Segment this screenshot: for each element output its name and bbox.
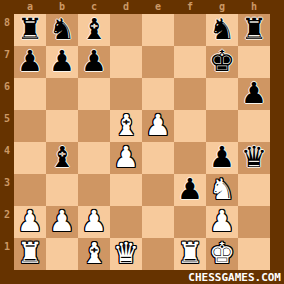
square-g4[interactable]: ♟: [206, 142, 238, 174]
square-b8[interactable]: ♞: [46, 14, 78, 46]
square-h6[interactable]: ♟: [238, 78, 270, 110]
square-g7[interactable]: ♚: [206, 46, 238, 78]
square-e7[interactable]: [142, 46, 174, 78]
square-d7[interactable]: [110, 46, 142, 78]
rank-label-7: 7: [0, 46, 14, 78]
square-c3[interactable]: [78, 174, 110, 206]
board-border-right: [270, 14, 284, 46]
board-border-right: [270, 206, 284, 238]
square-c5[interactable]: [78, 110, 110, 142]
square-b3[interactable]: [46, 174, 78, 206]
square-c8[interactable]: ♝: [78, 14, 110, 46]
square-a3[interactable]: [14, 174, 46, 206]
chessgames-watermark: CHESSGAMES.COM: [188, 271, 281, 284]
black-king: ♚: [209, 46, 235, 77]
white-queen: ♛: [113, 238, 139, 269]
chess-board: abcdefgh8♜♞♝♞♜7♟♟♟♚6♟5♝♟4♝♟♟♛3♟♞2♟♟♟♟1♜♝…: [0, 0, 284, 284]
square-e5[interactable]: ♟: [142, 110, 174, 142]
square-e3[interactable]: [142, 174, 174, 206]
white-bishop: ♝: [81, 238, 107, 269]
board-border-right: [270, 78, 284, 110]
black-pawn: ♟: [177, 174, 203, 205]
square-a1[interactable]: ♜: [14, 238, 46, 270]
square-g2[interactable]: ♟: [206, 206, 238, 238]
square-h7[interactable]: [238, 46, 270, 78]
rank-label-8: 8: [0, 14, 14, 46]
square-b6[interactable]: [46, 78, 78, 110]
file-label-g: g: [206, 0, 238, 14]
square-b2[interactable]: ♟: [46, 206, 78, 238]
black-pawn: ♟: [209, 142, 235, 173]
board-border-right: [270, 46, 284, 78]
white-knight: ♞: [209, 174, 235, 205]
rank-label-1: 1: [0, 238, 14, 270]
square-e6[interactable]: [142, 78, 174, 110]
square-f4[interactable]: [174, 142, 206, 174]
black-queen: ♛: [241, 142, 267, 173]
square-f7[interactable]: [174, 46, 206, 78]
square-a5[interactable]: [14, 110, 46, 142]
file-label-h: h: [238, 0, 270, 14]
board-border-right: [270, 110, 284, 142]
square-c4[interactable]: [78, 142, 110, 174]
square-a2[interactable]: ♟: [14, 206, 46, 238]
square-g6[interactable]: [206, 78, 238, 110]
rank-label-6: 6: [0, 78, 14, 110]
square-h4[interactable]: ♛: [238, 142, 270, 174]
square-a4[interactable]: [14, 142, 46, 174]
board-footer: CHESSGAMES.COM: [0, 270, 284, 284]
white-king: ♚: [209, 238, 235, 269]
black-pawn: ♟: [49, 46, 75, 77]
square-c2[interactable]: ♟: [78, 206, 110, 238]
square-a8[interactable]: ♜: [14, 14, 46, 46]
white-rook: ♜: [17, 238, 43, 269]
rank-label-4: 4: [0, 142, 14, 174]
square-g1[interactable]: ♚: [206, 238, 238, 270]
white-pawn: ♟: [81, 206, 107, 237]
file-label-a: a: [14, 0, 46, 14]
file-label-e: e: [142, 0, 174, 14]
square-d3[interactable]: [110, 174, 142, 206]
square-f8[interactable]: [174, 14, 206, 46]
square-a6[interactable]: [14, 78, 46, 110]
board-border-right: [270, 238, 284, 270]
square-d1[interactable]: ♛: [110, 238, 142, 270]
square-e4[interactable]: [142, 142, 174, 174]
square-g5[interactable]: [206, 110, 238, 142]
rank-label-3: 3: [0, 174, 14, 206]
square-d6[interactable]: [110, 78, 142, 110]
file-label-c: c: [78, 0, 110, 14]
white-pawn: ♟: [113, 142, 139, 173]
rank-label-2: 2: [0, 206, 14, 238]
square-f2[interactable]: [174, 206, 206, 238]
square-d2[interactable]: [110, 206, 142, 238]
board-corner-top-left: [0, 0, 14, 14]
square-c7[interactable]: ♟: [78, 46, 110, 78]
square-d8[interactable]: [110, 14, 142, 46]
file-label-f: f: [174, 0, 206, 14]
black-rook: ♜: [241, 14, 267, 45]
square-g3[interactable]: ♞: [206, 174, 238, 206]
square-b5[interactable]: [46, 110, 78, 142]
file-label-d: d: [110, 0, 142, 14]
white-pawn: ♟: [17, 206, 43, 237]
white-pawn: ♟: [209, 206, 235, 237]
black-knight: ♞: [49, 14, 75, 45]
board-border-right: [270, 142, 284, 174]
black-pawn: ♟: [17, 46, 43, 77]
board-corner-top-right: [270, 0, 284, 14]
square-h3[interactable]: [238, 174, 270, 206]
square-f6[interactable]: [174, 78, 206, 110]
square-c1[interactable]: ♝: [78, 238, 110, 270]
white-pawn: ♟: [49, 206, 75, 237]
screenshot-stage: abcdefgh8♜♞♝♞♜7♟♟♟♚6♟5♝♟4♝♟♟♛3♟♞2♟♟♟♟1♜♝…: [0, 0, 284, 284]
square-h5[interactable]: [238, 110, 270, 142]
square-a7[interactable]: ♟: [14, 46, 46, 78]
square-g8[interactable]: ♞: [206, 14, 238, 46]
square-c6[interactable]: [78, 78, 110, 110]
square-h1[interactable]: [238, 238, 270, 270]
square-d5[interactable]: ♝: [110, 110, 142, 142]
square-f5[interactable]: [174, 110, 206, 142]
square-b1[interactable]: [46, 238, 78, 270]
square-b4[interactable]: ♝: [46, 142, 78, 174]
square-e2[interactable]: [142, 206, 174, 238]
black-rook: ♜: [17, 14, 43, 45]
black-pawn: ♟: [241, 78, 267, 109]
black-bishop: ♝: [81, 14, 107, 45]
board-border-right: [270, 174, 284, 206]
square-e1[interactable]: [142, 238, 174, 270]
square-f1[interactable]: ♜: [174, 238, 206, 270]
white-bishop: ♝: [113, 110, 139, 141]
square-b7[interactable]: ♟: [46, 46, 78, 78]
rank-label-5: 5: [0, 110, 14, 142]
square-d4[interactable]: ♟: [110, 142, 142, 174]
white-pawn: ♟: [145, 110, 171, 141]
square-e8[interactable]: [142, 14, 174, 46]
black-pawn: ♟: [81, 46, 107, 77]
square-h8[interactable]: ♜: [238, 14, 270, 46]
black-bishop: ♝: [49, 142, 75, 173]
white-rook: ♜: [177, 238, 203, 269]
square-h2[interactable]: [238, 206, 270, 238]
file-label-b: b: [46, 0, 78, 14]
black-knight: ♞: [209, 14, 235, 45]
square-f3[interactable]: ♟: [174, 174, 206, 206]
